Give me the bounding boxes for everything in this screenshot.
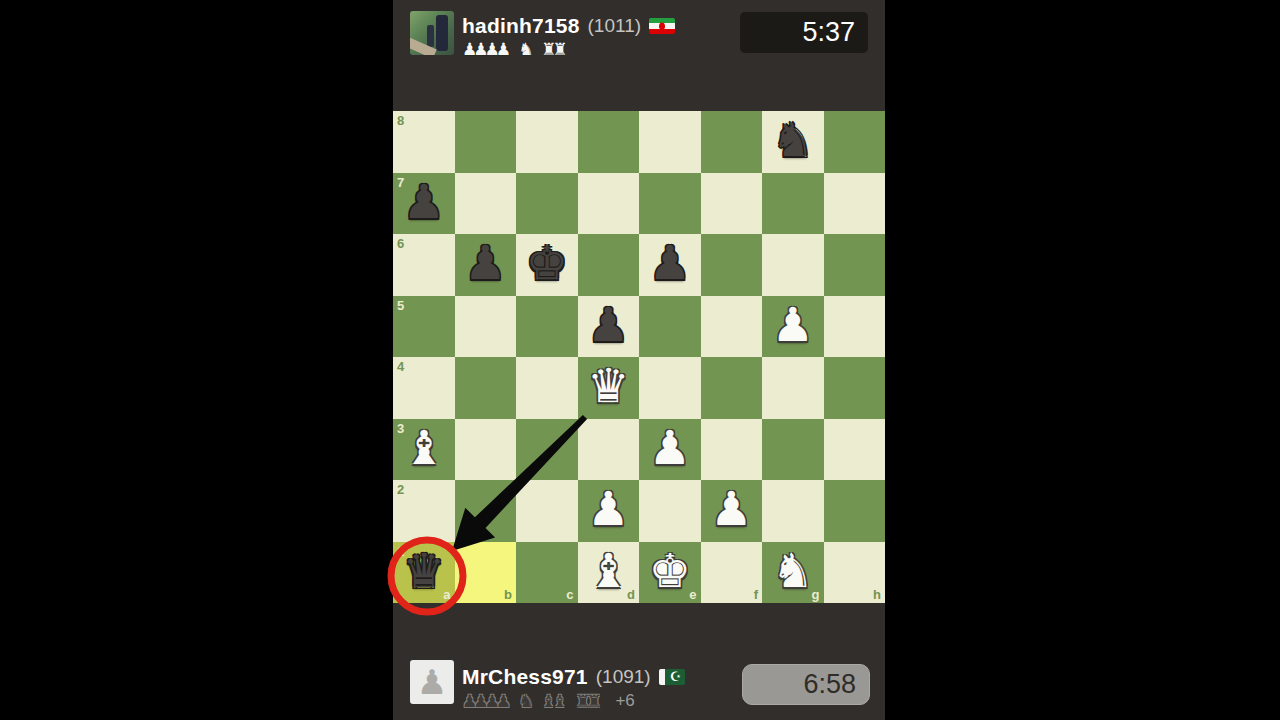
black-king-c6[interactable]: ♚ [526,239,568,286]
square-a2[interactable]: 2 [393,480,455,542]
square-f1[interactable]: f [701,542,763,604]
square-a1[interactable]: 1a♛ [393,542,455,604]
square-b1[interactable]: b [455,542,517,604]
square-g4[interactable] [762,357,824,419]
bottom-player-name[interactable]: MrChess971 [462,665,588,689]
avatar-photo-figure [427,25,434,47]
material-advantage: +6 [615,691,634,711]
square-f6[interactable] [701,234,763,296]
square-g7[interactable] [762,173,824,235]
square-e7[interactable] [639,173,701,235]
square-d8[interactable] [578,111,640,173]
square-b7[interactable] [455,173,517,235]
file-label-f: f [754,587,758,602]
square-g3[interactable] [762,419,824,481]
square-h1[interactable]: h [824,542,886,604]
app-window: hadinh7158 (1011) ♟♟♟♟ ♞ ♜♜ 5:37 8♞7♟6♟♚… [393,0,885,720]
square-e2[interactable] [639,480,701,542]
square-c4[interactable] [516,357,578,419]
rank-label-5: 5 [397,298,404,313]
square-h4[interactable] [824,357,886,419]
iran-flag-icon [649,18,675,34]
file-label-b: b [504,587,512,602]
square-d3[interactable] [578,419,640,481]
chess-board[interactable]: 8♞7♟6♟♚♟5♟♟4♛3♝♟2♟♟1a♛bcd♝e♚fg♞h [393,111,885,603]
white-pawn-e3[interactable]: ♟ [649,424,691,471]
top-player-avatar[interactable] [410,11,454,55]
file-label-c: c [566,587,573,602]
square-f5[interactable] [701,296,763,358]
default-pawn-avatar-icon: ♟ [417,660,447,704]
square-h3[interactable] [824,419,886,481]
square-f4[interactable] [701,357,763,419]
square-c1[interactable]: c [516,542,578,604]
rank-label-8: 8 [397,113,404,128]
black-pawn-e6[interactable]: ♟ [649,239,691,286]
white-queen-d4[interactable]: ♛ [587,362,629,409]
black-pawn-d5[interactable]: ♟ [587,301,629,348]
square-g8[interactable]: ♞ [762,111,824,173]
bottom-captured-pieces: ♟♟♟♟ ♞ ♝♝ ♜♜ [462,691,597,711]
square-b8[interactable] [455,111,517,173]
square-c5[interactable] [516,296,578,358]
square-d2[interactable]: ♟ [578,480,640,542]
square-e8[interactable] [639,111,701,173]
square-f3[interactable] [701,419,763,481]
file-label-h: h [873,587,881,602]
black-pawn-a7[interactable]: ♟ [403,178,445,225]
pakistan-flag-hoist [659,669,665,685]
top-captured-pieces: ♟♟♟♟ ♞ ♜♜ [462,39,564,59]
square-b5[interactable] [455,296,517,358]
square-c2[interactable] [516,480,578,542]
square-a5[interactable]: 5 [393,296,455,358]
top-player-clock: 5:37 [740,12,868,53]
rank-label-2: 2 [397,482,404,497]
bottom-player-clock: 6:58 [742,664,870,705]
black-queen-a1[interactable]: ♛ [403,547,445,594]
white-bishop-a3[interactable]: ♝ [403,424,445,471]
rank-label-4: 4 [397,359,404,374]
square-d1[interactable]: d♝ [578,542,640,604]
bottom-player-avatar[interactable]: ♟ [410,660,454,704]
top-player-nameline: hadinh7158 (1011) [462,13,675,39]
top-captured-tray: ♟♟♟♟ ♞ ♜♜ [462,39,564,59]
pakistan-flag-icon: ☪ [659,669,685,685]
square-f2[interactable]: ♟ [701,480,763,542]
iran-emblem-icon [659,23,665,30]
square-f8[interactable] [701,111,763,173]
square-h6[interactable] [824,234,886,296]
square-h8[interactable] [824,111,886,173]
square-e1[interactable]: e♚ [639,542,701,604]
square-c3[interactable] [516,419,578,481]
white-knight-g1[interactable]: ♞ [772,547,814,594]
square-d5[interactable]: ♟ [578,296,640,358]
square-a8[interactable]: 8 [393,111,455,173]
black-knight-g8[interactable]: ♞ [772,116,814,163]
square-b6[interactable]: ♟ [455,234,517,296]
white-pawn-g5[interactable]: ♟ [772,301,814,348]
square-a7[interactable]: 7♟ [393,173,455,235]
white-king-e1[interactable]: ♚ [649,547,691,594]
square-a6[interactable]: 6 [393,234,455,296]
square-g2[interactable] [762,480,824,542]
square-e4[interactable] [639,357,701,419]
square-g5[interactable]: ♟ [762,296,824,358]
square-c7[interactable] [516,173,578,235]
square-h7[interactable] [824,173,886,235]
square-c8[interactable] [516,111,578,173]
white-bishop-d1[interactable]: ♝ [587,547,629,594]
top-player-name[interactable]: hadinh7158 [462,14,580,38]
white-pawn-f2[interactable]: ♟ [710,485,752,532]
crescent-star-icon: ☪ [667,669,685,685]
square-a4[interactable]: 4 [393,357,455,419]
avatar-photo-figure [436,15,448,51]
square-c6[interactable]: ♚ [516,234,578,296]
square-d6[interactable] [578,234,640,296]
bottom-captured-tray: ♟♟♟♟ ♞ ♝♝ ♜♜ +6 [462,691,635,711]
rank-label-6: 6 [397,236,404,251]
black-pawn-b6[interactable]: ♟ [464,239,506,286]
square-b3[interactable] [455,419,517,481]
square-e3[interactable]: ♟ [639,419,701,481]
square-b4[interactable] [455,357,517,419]
square-h2[interactable] [824,480,886,542]
bottom-player-nameline: MrChess971 (1091) ☪ [462,664,685,690]
square-e5[interactable] [639,296,701,358]
top-player-rating: (1011) [588,15,642,37]
square-g1[interactable]: g♞ [762,542,824,604]
square-d7[interactable] [578,173,640,235]
square-f7[interactable] [701,173,763,235]
square-e6[interactable]: ♟ [639,234,701,296]
square-b2[interactable] [455,480,517,542]
square-g6[interactable] [762,234,824,296]
bottom-player-rating: (1091) [596,666,651,688]
square-a3[interactable]: 3♝ [393,419,455,481]
white-pawn-d2[interactable]: ♟ [587,485,629,532]
square-d4[interactable]: ♛ [578,357,640,419]
square-h5[interactable] [824,296,886,358]
